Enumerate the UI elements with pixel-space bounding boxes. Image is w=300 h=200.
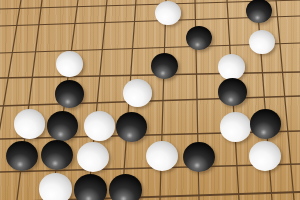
black-stone[interactable] (218, 78, 247, 105)
white-stone[interactable] (77, 142, 109, 172)
black-stone[interactable] (250, 109, 281, 138)
white-stone[interactable] (249, 141, 281, 171)
black-stone[interactable] (41, 140, 73, 170)
black-stone[interactable] (183, 142, 215, 172)
white-stone[interactable] (249, 30, 275, 54)
black-stone[interactable] (109, 174, 142, 200)
black-stone[interactable] (116, 112, 147, 141)
black-stone[interactable] (74, 174, 107, 200)
white-stone[interactable] (220, 112, 251, 141)
white-stone[interactable] (123, 79, 152, 106)
white-stone[interactable] (14, 109, 45, 138)
white-stone[interactable] (155, 1, 181, 25)
white-stone[interactable] (218, 54, 245, 79)
stones-layer (0, 0, 300, 200)
white-stone[interactable] (39, 173, 72, 200)
black-stone[interactable] (246, 0, 272, 23)
go-board[interactable] (0, 0, 300, 200)
black-stone[interactable] (6, 141, 38, 171)
white-stone[interactable] (56, 51, 83, 76)
black-stone[interactable] (186, 26, 212, 50)
black-stone[interactable] (151, 53, 178, 78)
white-stone[interactable] (84, 111, 115, 140)
white-stone[interactable] (146, 141, 178, 171)
black-stone[interactable] (55, 80, 84, 107)
black-stone[interactable] (47, 111, 78, 140)
